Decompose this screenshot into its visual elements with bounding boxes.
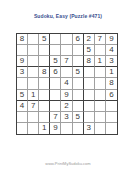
cell-r3c5: 7: [61, 56, 72, 67]
cell-r7c5: 2: [61, 101, 72, 112]
cell-r9c7: 3: [84, 123, 95, 134]
cell-r8c9: [106, 112, 117, 123]
cell-r1c6: 6: [73, 34, 84, 45]
cell-r9c2: [28, 123, 39, 134]
cell-r1c5: [61, 34, 72, 45]
cell-r3c6: [73, 56, 84, 67]
cell-r1c4: [50, 34, 61, 45]
cell-r6c1: 5: [17, 90, 28, 101]
cell-r9c1: [17, 123, 28, 134]
cell-r7c6: [73, 101, 84, 112]
cell-r4c9: 1: [106, 67, 117, 78]
cell-r9c9: [106, 123, 117, 134]
sudoku-page: Sudoku, Easy (Puzzle #471) 8562795495781…: [0, 0, 136, 176]
cell-r6c3: [39, 90, 50, 101]
cell-r2c3: [39, 45, 50, 56]
cell-r8c6: 5: [73, 112, 84, 123]
cell-r5c2: [28, 78, 39, 89]
cell-r8c5: 3: [61, 112, 72, 123]
cell-r9c3: 1: [39, 123, 50, 134]
cell-r4c6: 5: [73, 67, 84, 78]
cell-r1c9: 9: [106, 34, 117, 45]
cell-r5c1: [17, 78, 28, 89]
cell-r7c7: [84, 101, 95, 112]
cell-r7c3: [39, 101, 50, 112]
cell-r6c5: 9: [61, 90, 72, 101]
cell-r5c7: [84, 78, 95, 89]
cell-r6c6: [73, 90, 84, 101]
cell-r5c6: [73, 78, 84, 89]
cell-r1c2: [28, 34, 39, 45]
cell-r3c7: 8: [84, 56, 95, 67]
cell-r4c5: [61, 67, 72, 78]
cell-r5c9: 8: [106, 78, 117, 89]
cell-r7c9: [106, 101, 117, 112]
cell-r1c8: 7: [95, 34, 106, 45]
cell-r5c4: [50, 78, 61, 89]
cell-r8c7: [84, 112, 95, 123]
cell-r4c2: [28, 67, 39, 78]
cell-r5c5: 4: [61, 78, 72, 89]
cell-r5c8: [95, 78, 106, 89]
cell-r2c9: 4: [106, 45, 117, 56]
cell-r6c2: 1: [28, 90, 39, 101]
cell-r8c8: [95, 112, 106, 123]
cell-r2c6: [73, 45, 84, 56]
page-title: Sudoku, Easy (Puzzle #471): [0, 13, 136, 19]
cell-r6c8: [95, 90, 106, 101]
cell-r4c4: 6: [50, 67, 61, 78]
cell-r4c8: [95, 67, 106, 78]
cell-r1c3: 5: [39, 34, 50, 45]
cell-r2c8: [95, 45, 106, 56]
cell-r9c8: [95, 123, 106, 134]
cell-r4c3: 8: [39, 67, 50, 78]
cell-r1c1: 8: [17, 34, 28, 45]
cell-r2c7: 5: [84, 45, 95, 56]
cell-r4c1: 3: [17, 67, 28, 78]
cell-r3c2: [28, 56, 39, 67]
cell-r3c9: 3: [106, 56, 117, 67]
cell-r7c1: 4: [17, 101, 28, 112]
footer-url: www.PrintMySudoku.com: [0, 161, 136, 166]
cell-r8c4: 7: [50, 112, 61, 123]
cell-r6c9: 6: [106, 90, 117, 101]
cell-r7c8: [95, 101, 106, 112]
cell-r8c3: [39, 112, 50, 123]
cell-r2c4: [50, 45, 61, 56]
cell-r9c5: [61, 123, 72, 134]
sudoku-grid: 8562795495781338651485196472735193: [16, 33, 118, 135]
cell-r8c1: [17, 112, 28, 123]
cell-r7c4: [50, 101, 61, 112]
cell-r9c4: 9: [50, 123, 61, 134]
cell-r1c7: 2: [84, 34, 95, 45]
cell-r4c7: [84, 67, 95, 78]
cell-r9c6: [73, 123, 84, 134]
cell-r5c3: [39, 78, 50, 89]
cell-r6c7: [84, 90, 95, 101]
cell-r3c3: [39, 56, 50, 67]
cell-r3c4: 5: [50, 56, 61, 67]
cell-r2c2: [28, 45, 39, 56]
cell-r3c1: 9: [17, 56, 28, 67]
cell-r3c8: 1: [95, 56, 106, 67]
cell-r2c5: [61, 45, 72, 56]
cell-r8c2: [28, 112, 39, 123]
cell-r7c2: 7: [28, 101, 39, 112]
cell-r2c1: [17, 45, 28, 56]
cell-r6c4: [50, 90, 61, 101]
